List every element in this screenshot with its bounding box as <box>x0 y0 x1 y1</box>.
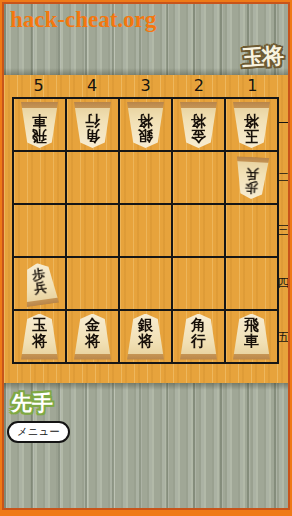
row-label-3: 三 <box>279 204 288 257</box>
app-logo: 玉将 <box>241 45 282 70</box>
cell-3-5[interactable]: 銀将 <box>120 311 171 362</box>
koma-kanji: 飛車 <box>244 318 259 349</box>
row-label-1: 一 <box>279 97 288 150</box>
cell-4-2[interactable] <box>67 152 118 203</box>
cell-1-2[interactable]: 歩兵 <box>226 152 277 203</box>
row-labels: 一二三四五 <box>279 97 288 364</box>
cell-2-4[interactable] <box>173 258 224 309</box>
turn-indicator: 先手 <box>11 389 53 417</box>
cell-5-4[interactable]: 歩兵 <box>14 258 65 309</box>
top-tatami-background: hack-cheat.org 玉将 <box>4 4 288 75</box>
koma-kaku-sente[interactable]: 角行 <box>178 314 219 360</box>
koma-kanji: 歩兵 <box>244 167 258 194</box>
cell-1-4[interactable] <box>226 258 277 309</box>
cell-4-1[interactable]: 角行 <box>67 99 118 150</box>
cell-5-3[interactable] <box>14 205 65 256</box>
cell-5-5[interactable]: 玉将 <box>14 311 65 362</box>
cell-3-4[interactable] <box>120 258 171 309</box>
cell-3-2[interactable] <box>120 152 171 203</box>
koma-gin-gote[interactable]: 銀将 <box>125 102 166 148</box>
cell-2-5[interactable]: 角行 <box>173 311 224 362</box>
koma-kin-sente[interactable]: 金将 <box>72 314 113 360</box>
column-label-4: 4 <box>65 76 118 96</box>
koma-kanji: 角行 <box>191 318 206 349</box>
column-label-3: 3 <box>119 76 172 96</box>
koma-kanji: 飛車 <box>32 112 47 143</box>
column-label-1: 1 <box>226 76 279 96</box>
cell-5-1[interactable]: 飛車 <box>14 99 65 150</box>
koma-gyoku-gote[interactable]: 玉将 <box>231 102 272 148</box>
cell-3-1[interactable]: 銀将 <box>120 99 171 150</box>
row-label-5: 五 <box>279 311 288 364</box>
board-grid[interactable]: 飛車角行銀将金将玉将歩兵歩兵玉将金将銀将角行飛車 <box>12 97 279 364</box>
row-label-4: 四 <box>279 257 288 310</box>
koma-kanji: 銀将 <box>138 318 153 349</box>
koma-hisha-sente[interactable]: 飛車 <box>231 314 272 360</box>
cell-4-3[interactable] <box>67 205 118 256</box>
watermark-text: hack-cheat.org <box>10 7 156 33</box>
column-labels: 54321 <box>12 76 279 96</box>
koma-kanji: 銀将 <box>138 112 153 143</box>
cell-1-3[interactable] <box>226 205 277 256</box>
koma-kanji: 金将 <box>85 318 100 349</box>
row-label-2: 二 <box>279 150 288 203</box>
koma-kanji: 角行 <box>85 112 100 143</box>
cell-4-5[interactable]: 金将 <box>67 311 118 362</box>
cell-2-3[interactable] <box>173 205 224 256</box>
screen-content: hack-cheat.org 玉将 54321 飛車角行銀将金将玉将歩兵歩兵玉将… <box>4 4 288 508</box>
koma-hisha-gote[interactable]: 飛車 <box>19 102 60 148</box>
cell-2-1[interactable]: 金将 <box>173 99 224 150</box>
cell-1-1[interactable]: 玉将 <box>226 99 277 150</box>
cell-2-2[interactable] <box>173 152 224 203</box>
koma-kin-gote[interactable]: 金将 <box>178 102 219 148</box>
koma-fu-sente[interactable]: 歩兵 <box>19 260 60 307</box>
app-screen: hack-cheat.org 玉将 54321 飛車角行銀将金将玉将歩兵歩兵玉将… <box>0 0 292 516</box>
koma-kaku-gote[interactable]: 角行 <box>72 102 113 148</box>
menu-button[interactable]: メニュー <box>7 421 70 443</box>
bottom-tatami-background: 先手 メニュー <box>4 383 288 508</box>
koma-kanji: 玉将 <box>32 318 47 349</box>
board-area: 54321 飛車角行銀将金将玉将歩兵歩兵玉将金将銀将角行飛車 一二三四五 <box>4 75 288 383</box>
koma-kanji: 歩兵 <box>31 267 48 295</box>
koma-kanji: 金将 <box>191 112 206 143</box>
cell-4-4[interactable] <box>67 258 118 309</box>
koma-gin-sente[interactable]: 銀将 <box>125 314 166 360</box>
cell-1-5[interactable]: 飛車 <box>226 311 277 362</box>
cell-5-2[interactable] <box>14 152 65 203</box>
koma-fu-gote[interactable]: 歩兵 <box>232 156 270 200</box>
column-label-5: 5 <box>12 76 65 96</box>
koma-gyoku-sente[interactable]: 玉将 <box>19 314 60 360</box>
cell-3-3[interactable] <box>120 205 171 256</box>
column-label-2: 2 <box>172 76 225 96</box>
koma-kanji: 玉将 <box>244 112 259 143</box>
